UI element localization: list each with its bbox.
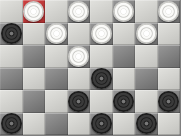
square-r0c4[interactable] — [90, 0, 113, 23]
square-r0c3[interactable] — [68, 0, 91, 23]
square-r0c0[interactable] — [0, 0, 23, 23]
square-r5c3[interactable] — [68, 113, 91, 136]
square-r1c3[interactable] — [68, 23, 91, 46]
black-checker[interactable] — [136, 113, 157, 134]
square-r2c3[interactable] — [68, 45, 91, 68]
black-checker[interactable] — [68, 91, 89, 112]
black-checker[interactable] — [158, 91, 179, 112]
square-r5c0[interactable] — [0, 113, 23, 136]
square-r1c5[interactable] — [113, 23, 136, 46]
square-r4c6[interactable] — [135, 90, 158, 113]
square-r4c0[interactable] — [0, 90, 23, 113]
square-r4c1[interactable] — [23, 90, 46, 113]
black-checker[interactable] — [91, 113, 112, 134]
square-r1c7[interactable] — [158, 23, 181, 46]
square-r3c4[interactable] — [90, 68, 113, 91]
square-r1c1[interactable] — [23, 23, 46, 46]
square-r0c1[interactable] — [23, 0, 46, 23]
square-r4c2[interactable] — [45, 90, 68, 113]
square-r5c4[interactable] — [90, 113, 113, 136]
square-r3c3[interactable] — [68, 68, 91, 91]
white-checker[interactable] — [136, 23, 157, 44]
black-checker[interactable] — [113, 91, 134, 112]
white-checker[interactable] — [46, 23, 67, 44]
square-r5c7[interactable] — [158, 113, 181, 136]
black-checker[interactable] — [1, 23, 22, 44]
square-r1c2[interactable] — [45, 23, 68, 46]
square-r1c0[interactable] — [0, 23, 23, 46]
square-r2c6[interactable] — [135, 45, 158, 68]
square-r3c0[interactable] — [0, 68, 23, 91]
black-checker[interactable] — [1, 113, 22, 134]
square-r5c2[interactable] — [45, 113, 68, 136]
square-r5c6[interactable] — [135, 113, 158, 136]
white-checker[interactable] — [91, 23, 112, 44]
black-checker[interactable] — [91, 68, 112, 89]
white-checker[interactable] — [23, 1, 44, 22]
square-r3c1[interactable] — [23, 68, 46, 91]
square-r2c2[interactable] — [45, 45, 68, 68]
square-r5c1[interactable] — [23, 113, 46, 136]
square-r5c5[interactable] — [113, 113, 136, 136]
square-r2c1[interactable] — [23, 45, 46, 68]
square-r2c0[interactable] — [0, 45, 23, 68]
square-r0c2[interactable] — [45, 0, 68, 23]
square-r4c4[interactable] — [90, 90, 113, 113]
square-r4c3[interactable] — [68, 90, 91, 113]
square-r1c6[interactable] — [135, 23, 158, 46]
square-r1c4[interactable] — [90, 23, 113, 46]
white-checker[interactable] — [68, 1, 89, 22]
square-r0c6[interactable] — [135, 0, 158, 23]
square-r3c2[interactable] — [45, 68, 68, 91]
square-r4c5[interactable] — [113, 90, 136, 113]
square-r3c5[interactable] — [113, 68, 136, 91]
checkers-board — [0, 0, 180, 135]
square-r0c5[interactable] — [113, 0, 136, 23]
white-checker[interactable] — [158, 1, 179, 22]
square-r2c5[interactable] — [113, 45, 136, 68]
square-r3c7[interactable] — [158, 68, 181, 91]
white-checker[interactable] — [113, 1, 134, 22]
square-r3c6[interactable] — [135, 68, 158, 91]
square-r0c7[interactable] — [158, 0, 181, 23]
white-checker[interactable] — [68, 46, 89, 67]
square-r2c7[interactable] — [158, 45, 181, 68]
square-r2c4[interactable] — [90, 45, 113, 68]
square-r4c7[interactable] — [158, 90, 181, 113]
